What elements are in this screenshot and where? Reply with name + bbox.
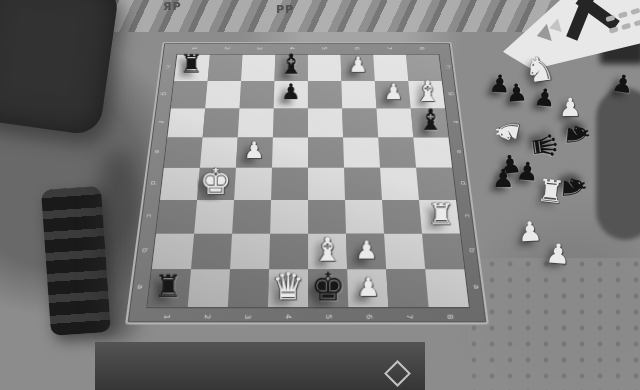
square-e5[interactable] (308, 137, 344, 167)
square-g1[interactable] (171, 81, 208, 109)
clock-pill-button (634, 19, 640, 26)
captured-black-pawn[interactable]: ♟ (492, 166, 514, 191)
clock-pill-button (618, 11, 628, 18)
square-h3[interactable] (241, 55, 275, 81)
clock-pill-button (630, 8, 640, 15)
file-label-left: b (140, 246, 150, 254)
white-pawn[interactable]: ♟ (376, 76, 410, 108)
square-a6[interactable]: ♟ (347, 269, 388, 307)
chair-top-left (0, 0, 120, 136)
white-pawn[interactable]: ♟ (348, 268, 388, 306)
rank-label-top: 7 (385, 45, 393, 51)
file-label-left: g (160, 91, 168, 97)
square-b6[interactable]: ♟ (346, 234, 386, 270)
square-a2[interactable] (188, 269, 230, 307)
square-h1[interactable]: ♜ (174, 55, 210, 81)
square-d5[interactable] (308, 168, 345, 200)
square-g6[interactable] (341, 81, 376, 109)
captured-black-pawn[interactable]: ♟ (505, 80, 528, 105)
square-f5[interactable] (308, 108, 343, 137)
square-b1[interactable] (152, 234, 194, 270)
black-king[interactable]: ♚ (308, 268, 348, 306)
white-pawn[interactable]: ♟ (347, 231, 386, 268)
rank-label-bottom: 8 (445, 312, 455, 321)
square-e8[interactable] (413, 137, 452, 167)
rank-label-bottom: 1 (162, 312, 172, 321)
rank-label-top: 4 (288, 45, 295, 51)
captured-black-pawn[interactable]: ♟ (515, 158, 539, 185)
captured-black-pawn[interactable]: ♟ (610, 71, 635, 98)
square-d3[interactable] (234, 168, 272, 200)
square-c4[interactable] (270, 200, 308, 234)
square-g5[interactable] (308, 81, 342, 109)
square-a7[interactable] (386, 269, 428, 307)
square-c7[interactable] (382, 200, 422, 234)
captured-white-pawn[interactable]: ♟ (545, 239, 571, 268)
white-queen[interactable]: ♛ (268, 268, 308, 306)
square-a3[interactable] (228, 269, 269, 307)
captured-black-pawn[interactable]: ♟ (533, 85, 557, 111)
rank-label-top: 5 (320, 45, 327, 51)
rank-label-top: 8 (418, 45, 426, 51)
scene: ЯР РР ♜♝♟♟♟♝♝♟♚♜♝♟♜♛♚♟ 1122334455667788h… (0, 0, 640, 390)
captured-white-rook[interactable]: ♜ (535, 175, 566, 209)
file-label-right: d (459, 179, 468, 186)
white-king[interactable]: ♚ (197, 164, 234, 199)
square-c5[interactable] (308, 200, 346, 234)
square-c8[interactable]: ♜ (419, 200, 460, 234)
square-e6[interactable] (343, 137, 380, 167)
chessboard: ♜♝♟♟♟♝♝♟♚♜♝♟♜♛♚♟ 1122334455667788hhggffe… (125, 42, 489, 325)
square-c3[interactable] (232, 200, 271, 234)
square-f8[interactable]: ♝ (411, 108, 449, 137)
carpet-mark: ЯР (163, 0, 182, 13)
square-f1[interactable] (167, 108, 205, 137)
rank-label-top: 6 (353, 45, 360, 51)
clock-pill-button (609, 26, 619, 33)
square-h2[interactable] (208, 55, 243, 81)
captured-white-knight[interactable]: ♞ (490, 115, 525, 148)
square-h5[interactable] (308, 55, 341, 81)
rank-label-top: 1 (190, 45, 198, 51)
clock-pill-button (621, 23, 631, 30)
file-label-right: c (463, 212, 472, 219)
square-d4[interactable] (271, 168, 308, 200)
file-label-left: h (164, 64, 172, 70)
square-e4[interactable] (272, 137, 308, 167)
square-d2[interactable]: ♚ (197, 168, 236, 200)
square-f2[interactable] (203, 108, 240, 137)
carpet-mark: РР (276, 3, 294, 16)
white-bishop[interactable]: ♝ (308, 231, 347, 268)
carpet-speckles (468, 258, 640, 390)
rank-label-bottom: 7 (404, 312, 414, 321)
square-e7[interactable] (378, 137, 416, 167)
board-frame: ♜♝♟♟♟♝♝♟♚♜♝♟♜♛♚♟ 1122334455667788hhggffe… (125, 42, 489, 325)
black-bishop[interactable]: ♝ (413, 104, 448, 137)
square-c2[interactable] (194, 200, 234, 234)
square-b7[interactable] (384, 234, 425, 270)
square-c6[interactable] (345, 200, 384, 234)
file-label-left: f (156, 119, 165, 125)
white-rook[interactable]: ♜ (422, 197, 460, 233)
square-g3[interactable] (239, 81, 274, 109)
square-e3[interactable]: ♟ (236, 137, 273, 167)
square-d1[interactable] (160, 168, 200, 200)
carpet-dark-band (95, 342, 425, 390)
white-pawn[interactable]: ♟ (341, 49, 374, 80)
square-g7[interactable]: ♟ (375, 81, 411, 109)
file-label-right: h (444, 64, 452, 70)
square-a1[interactable]: ♜ (147, 269, 190, 307)
square-a4[interactable]: ♛ (268, 269, 308, 307)
square-f7[interactable] (376, 108, 413, 137)
rank-label-bottom: 3 (243, 312, 252, 321)
square-a8[interactable] (425, 269, 469, 307)
square-d7[interactable] (380, 168, 419, 200)
file-label-right: g (448, 91, 456, 97)
chair-shadow-right (596, 88, 640, 240)
rank-label-top: 3 (255, 45, 262, 51)
square-d6[interactable] (344, 168, 382, 200)
square-f4[interactable] (273, 108, 308, 137)
board-grid: ♜♝♟♟♟♝♝♟♚♜♝♟♜♛♚♟ (147, 55, 468, 307)
captured-white-pawn[interactable]: ♟ (559, 95, 581, 120)
square-b8[interactable] (422, 234, 464, 270)
black-rook[interactable]: ♜ (174, 49, 208, 80)
square-h6[interactable]: ♟ (341, 55, 375, 81)
square-f6[interactable] (342, 108, 378, 137)
rank-label-bottom: 2 (202, 312, 212, 321)
square-g2[interactable] (205, 81, 241, 109)
white-pawn[interactable]: ♟ (236, 133, 272, 167)
file-label-right: e (455, 148, 464, 155)
square-b3[interactable] (230, 234, 270, 270)
rank-label-bottom: 6 (364, 312, 373, 321)
file-label-right: f (451, 119, 460, 125)
square-a5[interactable]: ♚ (308, 269, 348, 307)
square-g4[interactable]: ♟ (274, 81, 308, 109)
clock-ridge (541, 18, 562, 36)
rank-label-bottom: 4 (283, 312, 292, 321)
file-label-right: a (471, 283, 481, 291)
black-pawn[interactable]: ♟ (274, 76, 308, 108)
square-c1[interactable] (156, 200, 197, 234)
captured-black-knight[interactable]: ♞ (561, 120, 594, 150)
square-d8[interactable] (416, 168, 456, 200)
file-label-left: e (153, 148, 162, 155)
captured-white-pawn[interactable]: ♟ (517, 217, 543, 245)
rank-label-bottom: 5 (324, 312, 333, 321)
square-b2[interactable] (191, 234, 232, 270)
file-label-left: d (149, 179, 158, 186)
file-label-right: b (467, 246, 477, 254)
rank-label-top: 2 (223, 45, 231, 51)
file-label-left: a (135, 283, 145, 291)
black-rook[interactable]: ♜ (148, 268, 188, 306)
file-label-left: c (144, 212, 153, 219)
